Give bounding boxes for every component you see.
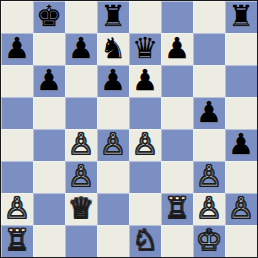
black-pawn-f7: ♟	[164, 34, 190, 63]
square-f6[interactable]	[161, 65, 193, 97]
black-pawn-c7: ♟	[68, 34, 94, 63]
square-e5[interactable]	[129, 97, 161, 129]
square-g3[interactable]: ♙	[193, 161, 225, 193]
square-a8[interactable]	[1, 1, 33, 33]
square-f7[interactable]: ♟	[161, 33, 193, 65]
white-pawn-c3: ♙	[68, 162, 94, 191]
chess-board: ♚♜♜♟♟♞♛♟♟♟♟♟♙♙♙♟♙♙♙♕♖♙♙♖♘♔	[1, 1, 257, 257]
square-b6[interactable]: ♟	[33, 65, 65, 97]
square-h8[interactable]: ♜	[225, 1, 257, 33]
black-knight-d7: ♞	[100, 34, 126, 63]
square-b5[interactable]	[33, 97, 65, 129]
square-a3[interactable]	[1, 161, 33, 193]
black-pawn-e6: ♟	[132, 66, 158, 95]
square-a6[interactable]	[1, 65, 33, 97]
square-e6[interactable]: ♟	[129, 65, 161, 97]
square-e1[interactable]: ♘	[129, 225, 161, 257]
square-b7[interactable]	[33, 33, 65, 65]
square-d5[interactable]	[97, 97, 129, 129]
black-king-b8: ♚	[36, 2, 62, 31]
black-pawn-b6: ♟	[36, 66, 62, 95]
square-e8[interactable]	[129, 1, 161, 33]
square-a2[interactable]: ♙	[1, 193, 33, 225]
square-f1[interactable]	[161, 225, 193, 257]
square-c6[interactable]	[65, 65, 97, 97]
square-h5[interactable]	[225, 97, 257, 129]
square-h3[interactable]	[225, 161, 257, 193]
square-b2[interactable]	[33, 193, 65, 225]
square-c2[interactable]: ♕	[65, 193, 97, 225]
black-pawn-a7: ♟	[4, 34, 30, 63]
black-pawn-g5: ♟	[196, 98, 222, 127]
square-f2[interactable]: ♖	[161, 193, 193, 225]
square-b1[interactable]	[33, 225, 65, 257]
square-d8[interactable]: ♜	[97, 1, 129, 33]
square-a1[interactable]: ♖	[1, 225, 33, 257]
black-queen-e7: ♛	[132, 34, 158, 63]
square-e4[interactable]: ♙	[129, 129, 161, 161]
square-d1[interactable]	[97, 225, 129, 257]
square-c5[interactable]	[65, 97, 97, 129]
square-d6[interactable]: ♟	[97, 65, 129, 97]
square-c7[interactable]: ♟	[65, 33, 97, 65]
square-g4[interactable]	[193, 129, 225, 161]
square-b4[interactable]	[33, 129, 65, 161]
square-a5[interactable]	[1, 97, 33, 129]
white-knight-e1: ♘	[132, 226, 158, 255]
square-h4[interactable]: ♟	[225, 129, 257, 161]
square-d2[interactable]	[97, 193, 129, 225]
square-e3[interactable]	[129, 161, 161, 193]
square-g5[interactable]: ♟	[193, 97, 225, 129]
black-pawn-h4: ♟	[228, 130, 254, 159]
square-h1[interactable]	[225, 225, 257, 257]
board-frame: ♚♜♜♟♟♞♛♟♟♟♟♟♙♙♙♟♙♙♙♕♖♙♙♖♘♔	[0, 0, 258, 258]
square-f5[interactable]	[161, 97, 193, 129]
square-d7[interactable]: ♞	[97, 33, 129, 65]
black-rook-d8: ♜	[100, 2, 126, 31]
square-h6[interactable]	[225, 65, 257, 97]
square-a7[interactable]: ♟	[1, 33, 33, 65]
white-pawn-e4: ♙	[132, 130, 158, 159]
white-pawn-d4: ♙	[100, 130, 126, 159]
square-h2[interactable]: ♙	[225, 193, 257, 225]
black-rook-h8: ♜	[228, 2, 254, 31]
square-g8[interactable]	[193, 1, 225, 33]
square-a4[interactable]	[1, 129, 33, 161]
white-pawn-c4: ♙	[68, 130, 94, 159]
white-pawn-h2: ♙	[228, 194, 254, 223]
square-f8[interactable]	[161, 1, 193, 33]
white-rook-a1: ♖	[4, 226, 30, 255]
square-c3[interactable]: ♙	[65, 161, 97, 193]
square-c8[interactable]	[65, 1, 97, 33]
square-g7[interactable]	[193, 33, 225, 65]
square-c1[interactable]	[65, 225, 97, 257]
square-d3[interactable]	[97, 161, 129, 193]
square-b8[interactable]: ♚	[33, 1, 65, 33]
black-pawn-d6: ♟	[100, 66, 126, 95]
square-c4[interactable]: ♙	[65, 129, 97, 161]
square-b3[interactable]	[33, 161, 65, 193]
square-e7[interactable]: ♛	[129, 33, 161, 65]
white-rook-f2: ♖	[164, 194, 190, 223]
square-f4[interactable]	[161, 129, 193, 161]
white-pawn-g2: ♙	[196, 194, 222, 223]
white-pawn-g3: ♙	[196, 162, 222, 191]
white-pawn-a2: ♙	[4, 194, 30, 223]
square-e2[interactable]	[129, 193, 161, 225]
square-g6[interactable]	[193, 65, 225, 97]
square-g2[interactable]: ♙	[193, 193, 225, 225]
square-f3[interactable]	[161, 161, 193, 193]
square-h7[interactable]	[225, 33, 257, 65]
white-king-g1: ♔	[196, 226, 222, 255]
white-queen-c2: ♕	[68, 194, 94, 223]
square-g1[interactable]: ♔	[193, 225, 225, 257]
square-d4[interactable]: ♙	[97, 129, 129, 161]
